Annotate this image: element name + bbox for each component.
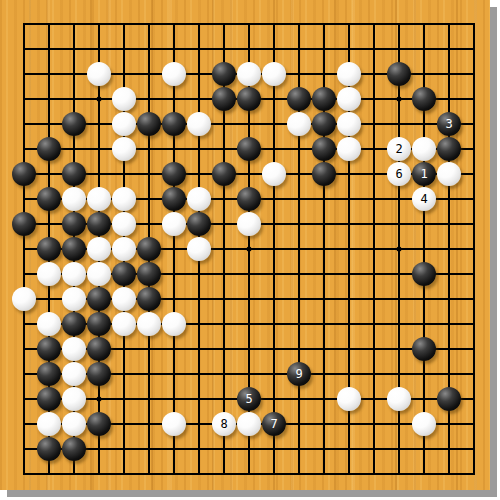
stone-white	[62, 337, 86, 361]
stone-white	[112, 112, 136, 136]
stone-white	[37, 312, 61, 336]
grid-line-vertical	[273, 23, 275, 475]
stone-white	[287, 112, 311, 136]
stone-black	[387, 62, 411, 86]
stone-black	[87, 412, 111, 436]
stone-black	[62, 437, 86, 461]
stone-black	[37, 337, 61, 361]
stone-black	[187, 212, 211, 236]
stone-white	[112, 187, 136, 211]
stone-white	[112, 237, 136, 261]
star-point	[397, 247, 402, 252]
stone-black	[312, 87, 336, 111]
stone-white	[87, 62, 111, 86]
stone-white	[162, 312, 186, 336]
stone-black	[87, 362, 111, 386]
stone-white	[137, 312, 161, 336]
move-number-label: 3	[445, 118, 452, 130]
stone-black	[12, 212, 36, 236]
stone-white	[162, 212, 186, 236]
stone-white	[337, 87, 361, 111]
star-point	[247, 247, 252, 252]
stone-white	[237, 62, 261, 86]
stone-black	[87, 212, 111, 236]
move-number-label: 5	[245, 393, 252, 405]
stone-black	[37, 137, 61, 161]
stone-white	[387, 387, 411, 411]
stone-black	[437, 387, 461, 411]
stone-black	[62, 237, 86, 261]
stone-white	[337, 137, 361, 161]
stone-black	[312, 112, 336, 136]
stone-white-move-6: 6	[387, 162, 411, 186]
stone-black	[37, 437, 61, 461]
stone-white	[62, 262, 86, 286]
stone-black	[62, 162, 86, 186]
stone-white	[37, 412, 61, 436]
stone-black-move-3: 3	[437, 112, 461, 136]
stone-black	[137, 237, 161, 261]
stone-black	[162, 162, 186, 186]
stone-white	[237, 412, 261, 436]
stone-white	[412, 412, 436, 436]
star-point	[397, 97, 402, 102]
stone-black	[62, 212, 86, 236]
stone-black	[137, 112, 161, 136]
stone-black	[112, 262, 136, 286]
stone-white	[412, 137, 436, 161]
stone-white	[437, 162, 461, 186]
stone-black	[62, 112, 86, 136]
stone-black-move-1: 1	[412, 162, 436, 186]
stone-black	[412, 262, 436, 286]
stone-black	[62, 312, 86, 336]
move-number-label: 1	[420, 168, 427, 180]
stone-white	[162, 62, 186, 86]
stone-black	[312, 137, 336, 161]
stone-white-move-2: 2	[387, 137, 411, 161]
stone-white-move-8: 8	[212, 412, 236, 436]
stone-white	[112, 87, 136, 111]
stone-black	[37, 362, 61, 386]
stone-black	[212, 62, 236, 86]
stone-white	[112, 312, 136, 336]
stone-white	[187, 112, 211, 136]
stone-black	[87, 312, 111, 336]
stone-black-move-5: 5	[237, 387, 261, 411]
stone-white	[112, 212, 136, 236]
stone-black	[237, 87, 261, 111]
stone-white	[62, 387, 86, 411]
stone-black	[237, 137, 261, 161]
stone-white	[337, 62, 361, 86]
stone-white	[62, 187, 86, 211]
page: 326149587	[0, 0, 500, 500]
stone-white	[62, 287, 86, 311]
stone-white	[337, 112, 361, 136]
stone-black	[412, 337, 436, 361]
stone-white	[12, 287, 36, 311]
move-number-label: 6	[395, 168, 402, 180]
grid-line-vertical	[373, 23, 375, 475]
stone-white	[112, 287, 136, 311]
stone-black	[87, 287, 111, 311]
stone-black	[37, 187, 61, 211]
stone-white	[237, 212, 261, 236]
stone-black	[287, 87, 311, 111]
stone-black-move-7: 7	[262, 412, 286, 436]
stone-white	[337, 387, 361, 411]
stone-black	[237, 187, 261, 211]
stone-white	[162, 412, 186, 436]
stone-black	[212, 162, 236, 186]
stone-black	[162, 112, 186, 136]
stone-black	[437, 137, 461, 161]
move-number-label: 8	[220, 418, 227, 430]
stone-white	[87, 262, 111, 286]
stone-black	[162, 187, 186, 211]
move-number-label: 7	[270, 418, 277, 430]
stone-white	[87, 237, 111, 261]
star-point	[97, 397, 102, 402]
stone-white	[262, 62, 286, 86]
stone-black	[37, 387, 61, 411]
stone-white	[37, 262, 61, 286]
stone-black	[137, 262, 161, 286]
stone-black	[312, 162, 336, 186]
stone-white	[187, 187, 211, 211]
stone-black	[12, 162, 36, 186]
stone-white	[87, 187, 111, 211]
stone-black	[212, 87, 236, 111]
grid-line-horizontal	[23, 448, 475, 450]
grid-line-vertical	[473, 23, 475, 475]
stone-black	[87, 337, 111, 361]
go-board[interactable]: 326149587	[0, 0, 490, 490]
move-number-label: 4	[420, 193, 427, 205]
star-point	[97, 97, 102, 102]
stone-white-move-4: 4	[412, 187, 436, 211]
move-number-label: 2	[395, 143, 402, 155]
stone-black	[137, 287, 161, 311]
stone-white	[62, 412, 86, 436]
stone-black	[37, 237, 61, 261]
stone-black	[412, 87, 436, 111]
stone-black-move-9: 9	[287, 362, 311, 386]
stone-white	[112, 137, 136, 161]
stone-white	[62, 362, 86, 386]
stone-white	[187, 237, 211, 261]
stone-white	[262, 162, 286, 186]
move-number-label: 9	[295, 368, 302, 380]
grid-line-horizontal	[23, 473, 475, 475]
